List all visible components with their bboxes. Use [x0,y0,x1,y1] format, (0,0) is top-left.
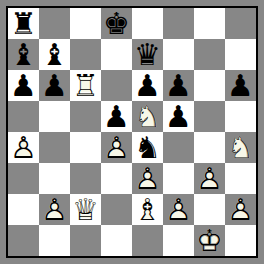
square-h1[interactable] [225,225,256,256]
black-bishop-piece: ♝ [8,39,39,70]
white-bishop-piece: ♝♗ [132,194,163,225]
piece-outline: ♙ [163,194,194,225]
square-f6[interactable]: ♟ [163,70,194,101]
square-f4[interactable] [163,132,194,163]
square-h7[interactable] [225,39,256,70]
black-rook-piece: ♜ [8,8,39,39]
black-pawn-piece: ♟ [163,70,194,101]
square-c1[interactable] [70,225,101,256]
square-h8[interactable] [225,8,256,39]
white-king-piece: ♚♔ [194,225,225,256]
square-c5[interactable] [70,101,101,132]
square-g1[interactable]: ♚♔ [194,225,225,256]
square-h3[interactable] [225,163,256,194]
board-border: ♜♚♝♝♛♟♟♜♖♟♟♟♟♞♘♟♟♙♟♙♞♞♘♟♙♟♙♟♙♛♕♝♗♟♙♟♙♚♔ [6,6,258,258]
black-pawn-piece: ♟ [8,70,39,101]
piece-outline: ♖ [70,70,101,101]
square-b6[interactable]: ♟ [39,70,70,101]
piece-outline: ♔ [194,225,225,256]
square-c2[interactable]: ♛♕ [70,194,101,225]
board-frame: ♜♚♝♝♛♟♟♜♖♟♟♟♟♞♘♟♟♙♟♙♞♞♘♟♙♟♙♟♙♛♕♝♗♟♙♟♙♚♔ [0,0,264,264]
square-b4[interactable] [39,132,70,163]
square-e1[interactable] [132,225,163,256]
square-d6[interactable] [101,70,132,101]
square-f3[interactable] [163,163,194,194]
square-a5[interactable] [8,101,39,132]
square-a6[interactable]: ♟ [8,70,39,101]
white-pawn-piece: ♟♙ [194,163,225,194]
white-rook-piece: ♜♖ [70,70,101,101]
chess-board: ♜♚♝♝♛♟♟♜♖♟♟♟♟♞♘♟♟♙♟♙♞♞♘♟♙♟♙♟♙♛♕♝♗♟♙♟♙♚♔ [8,8,256,256]
square-f1[interactable] [163,225,194,256]
square-b2[interactable]: ♟♙ [39,194,70,225]
square-e7[interactable]: ♛ [132,39,163,70]
square-h5[interactable] [225,101,256,132]
piece-outline: ♘ [132,101,163,132]
piece-outline: ♙ [225,194,256,225]
square-g6[interactable] [194,70,225,101]
square-d8[interactable]: ♚ [101,8,132,39]
square-d2[interactable] [101,194,132,225]
square-d5[interactable]: ♟ [101,101,132,132]
white-pawn-piece: ♟♙ [225,194,256,225]
square-a2[interactable] [8,194,39,225]
white-pawn-piece: ♟♙ [101,132,132,163]
square-g4[interactable] [194,132,225,163]
square-g2[interactable] [194,194,225,225]
black-pawn-piece: ♟ [163,101,194,132]
square-d3[interactable] [101,163,132,194]
square-c8[interactable] [70,8,101,39]
square-c4[interactable] [70,132,101,163]
square-d1[interactable] [101,225,132,256]
white-queen-piece: ♛♕ [70,194,101,225]
square-h4[interactable]: ♞♘ [225,132,256,163]
square-c3[interactable] [70,163,101,194]
square-g8[interactable] [194,8,225,39]
square-c7[interactable] [70,39,101,70]
white-knight-piece: ♞♘ [225,132,256,163]
square-e5[interactable]: ♞♘ [132,101,163,132]
square-g3[interactable]: ♟♙ [194,163,225,194]
square-f8[interactable] [163,8,194,39]
square-b5[interactable] [39,101,70,132]
square-b1[interactable] [39,225,70,256]
piece-outline: ♕ [70,194,101,225]
white-knight-piece: ♞♘ [132,101,163,132]
square-b3[interactable] [39,163,70,194]
square-d7[interactable] [101,39,132,70]
square-a1[interactable] [8,225,39,256]
square-a7[interactable]: ♝ [8,39,39,70]
white-pawn-piece: ♟♙ [163,194,194,225]
square-f5[interactable]: ♟ [163,101,194,132]
square-e3[interactable]: ♟♙ [132,163,163,194]
white-pawn-piece: ♟♙ [39,194,70,225]
black-pawn-piece: ♟ [101,101,132,132]
black-pawn-piece: ♟ [39,70,70,101]
piece-outline: ♙ [101,132,132,163]
square-h6[interactable]: ♟ [225,70,256,101]
black-knight-piece: ♞ [132,132,163,163]
square-g5[interactable] [194,101,225,132]
square-e6[interactable]: ♟ [132,70,163,101]
square-e4[interactable]: ♞ [132,132,163,163]
white-pawn-piece: ♟♙ [8,132,39,163]
square-b7[interactable]: ♝ [39,39,70,70]
black-pawn-piece: ♟ [132,70,163,101]
square-f7[interactable] [163,39,194,70]
square-f2[interactable]: ♟♙ [163,194,194,225]
piece-outline: ♙ [132,163,163,194]
square-d4[interactable]: ♟♙ [101,132,132,163]
square-e2[interactable]: ♝♗ [132,194,163,225]
square-a3[interactable] [8,163,39,194]
square-a4[interactable]: ♟♙ [8,132,39,163]
square-g7[interactable] [194,39,225,70]
piece-outline: ♙ [39,194,70,225]
black-bishop-piece: ♝ [39,39,70,70]
square-b8[interactable] [39,8,70,39]
square-a8[interactable]: ♜ [8,8,39,39]
piece-outline: ♘ [225,132,256,163]
piece-outline: ♗ [132,194,163,225]
square-e8[interactable] [132,8,163,39]
piece-outline: ♙ [8,132,39,163]
square-c6[interactable]: ♜♖ [70,70,101,101]
black-pawn-piece: ♟ [225,70,256,101]
piece-outline: ♙ [194,163,225,194]
black-queen-piece: ♛ [132,39,163,70]
white-pawn-piece: ♟♙ [132,163,163,194]
black-king-piece: ♚ [101,8,132,39]
square-h2[interactable]: ♟♙ [225,194,256,225]
